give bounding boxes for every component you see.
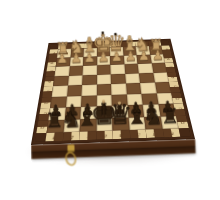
border-cell-rank: 1 — [49, 49, 58, 58]
piece-white-pawn: ♟ — [111, 50, 123, 64]
file-label-a: a — [148, 41, 162, 46]
border-cell-file: g — [71, 43, 84, 48]
border-cell-file: d — [110, 42, 123, 47]
border-cell-file: h — [45, 132, 63, 141]
piece-black-rook: ♜ — [160, 106, 179, 127]
file-label-c: c — [122, 42, 135, 47]
square-c4 — [125, 73, 140, 83]
border-cell-rank: 3 — [165, 62, 176, 72]
square-d3 — [110, 64, 124, 74]
piece-white-pawn: ♟ — [70, 51, 82, 65]
rank-label-5: 5 — [169, 82, 180, 93]
rank-label-1: 1 — [49, 49, 58, 58]
rank-label-4: 4 — [167, 72, 178, 82]
border-cell-file: f — [79, 131, 96, 140]
file-label-b: b — [146, 129, 164, 138]
board-frame: hgfedcba1♜♞♝♚♛♝♞♜12♟♟♟♟♟♟♟♟2334455667♟♟♟… — [31, 39, 195, 145]
rank-label-3: 3 — [46, 67, 56, 77]
square-f2: ♟ — [83, 56, 97, 65]
square-e3 — [97, 65, 111, 75]
square-h2: ♟ — [56, 57, 70, 66]
square-f4 — [82, 75, 97, 85]
file-label-e: e — [97, 43, 110, 48]
border-cell-file: f — [84, 43, 97, 48]
rank-label-4: 4 — [44, 76, 54, 86]
file-label-c: c — [129, 130, 147, 139]
square-d4 — [111, 74, 126, 84]
border-cell-file: h — [58, 44, 71, 49]
file-label-d: d — [110, 42, 123, 47]
file-label-f: f — [84, 43, 97, 48]
piece-white-pawn: ♟ — [124, 49, 136, 63]
file-label-e: e — [96, 131, 113, 140]
rank-label-2: 2 — [163, 54, 173, 63]
border-cell-rank: 3 — [46, 67, 56, 77]
file-label-f: f — [79, 131, 96, 140]
file-label-h: h — [58, 44, 71, 49]
border-cell-file: e — [97, 43, 110, 48]
border-cell-rank: 4 — [44, 76, 54, 86]
border-cell-file: g — [62, 132, 79, 141]
square-g3 — [68, 66, 83, 76]
border-cell-file: c — [129, 130, 147, 139]
border-cell-file: e — [96, 131, 113, 140]
file-label-g: g — [71, 43, 84, 48]
square-f5 — [81, 85, 96, 96]
rank-label-1: 1 — [161, 45, 171, 54]
square-f3 — [83, 65, 97, 75]
border-cell-file: b — [146, 129, 164, 138]
product-photo-chess-set: hgfedcba1♜♞♝♚♛♝♞♜12♟♟♟♟♟♟♟♟2334455667♟♟♟… — [0, 0, 220, 200]
rank-label-3: 3 — [165, 62, 176, 72]
square-h4 — [53, 76, 68, 86]
board-grid: hgfedcba1♜♞♝♚♛♝♞♜12♟♟♟♟♟♟♟♟2334455667♟♟♟… — [35, 40, 191, 141]
piece-white-pawn: ♟ — [84, 51, 96, 65]
border-cell-rank: 2 — [163, 54, 173, 63]
border-cell-file: a — [148, 41, 162, 46]
file-label-d: d — [113, 130, 130, 139]
clasp-ring — [64, 151, 78, 167]
border-cell-file: a — [162, 128, 180, 137]
border-cell-rank: 1 — [161, 45, 171, 54]
rank-label-2: 2 — [47, 58, 57, 67]
square-c5 — [125, 83, 141, 94]
piece-white-pawn: ♟ — [97, 50, 109, 64]
board-perspective-wrapper: hgfedcba1♜♞♝♚♛♝♞♜12♟♟♟♟♟♟♟♟2334455667♟♟♟… — [39, 12, 184, 157]
brass-clasp — [64, 144, 79, 168]
square-a8: ♜ — [160, 116, 179, 129]
file-label-b: b — [135, 41, 149, 46]
square-b8: ♞ — [144, 116, 162, 129]
frame-corner — [179, 128, 191, 137]
square-g5 — [67, 85, 82, 96]
file-label-a: a — [162, 128, 180, 137]
square-g4 — [68, 75, 83, 85]
square-e4 — [97, 74, 111, 84]
file-label-g: g — [62, 132, 79, 141]
piece-white-pawn: ♟ — [56, 52, 68, 66]
square-e5 — [96, 84, 111, 95]
border-cell-file: b — [135, 41, 149, 46]
border-cell-file: c — [122, 42, 135, 47]
square-c3 — [124, 64, 139, 74]
square-d5 — [111, 83, 126, 94]
square-h3 — [54, 66, 69, 76]
border-cell-rank: 5 — [169, 82, 180, 93]
piece-white-pawn: ♟ — [138, 49, 150, 63]
border-cell-file: d — [113, 130, 130, 139]
square-h5 — [52, 86, 68, 97]
border-cell-rank: 2 — [47, 58, 57, 67]
file-label-h: h — [45, 132, 63, 141]
border-cell-rank: 4 — [167, 72, 178, 82]
